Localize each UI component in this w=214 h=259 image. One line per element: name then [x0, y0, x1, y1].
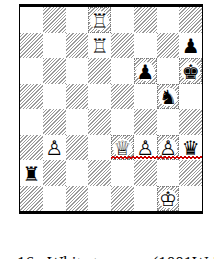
square-e1 — [111, 186, 134, 212]
square-f7 — [134, 33, 157, 59]
piece-black-king: ♚ — [182, 62, 200, 82]
square-c7 — [66, 33, 89, 59]
piece-white-pawn: ♙ — [45, 138, 63, 158]
square-g4 — [157, 109, 180, 135]
square-b8 — [43, 7, 66, 33]
square-h1 — [179, 186, 202, 212]
square-c2 — [66, 160, 89, 186]
square-a4 — [20, 109, 43, 135]
square-h2 — [179, 160, 202, 186]
piece-white-king: ♔ — [159, 189, 177, 209]
square-e4 — [111, 109, 134, 135]
square-d8: ♖ — [88, 7, 111, 33]
piece-black-rook: ♜ — [22, 164, 40, 184]
square-g1: ♔ — [157, 186, 180, 212]
piece-white-rook: ♖ — [91, 36, 109, 56]
square-d5 — [88, 84, 111, 110]
square-b2 — [43, 160, 66, 186]
square-g7 — [157, 33, 180, 59]
square-b5 — [43, 84, 66, 110]
square-e5 — [111, 84, 134, 110]
square-f5 — [134, 84, 157, 110]
caption: 16.White to move (1001W-769) — [0, 233, 214, 259]
square-c4 — [66, 109, 89, 135]
square-h6: ♚ — [179, 58, 202, 84]
square-d2 — [88, 160, 111, 186]
square-a3 — [20, 135, 43, 161]
square-c5 — [66, 84, 89, 110]
square-h4 — [179, 109, 202, 135]
square-a5 — [20, 84, 43, 110]
square-e6 — [111, 58, 134, 84]
square-c1 — [66, 186, 89, 212]
square-h5 — [179, 84, 202, 110]
spellcheck-squiggle — [111, 156, 202, 160]
diagram-page: ♖♖♟♟♚♞♙♕♙♙♛♜♔ 16.White to move (1001W-76… — [0, 0, 214, 259]
square-a2: ♜ — [20, 160, 43, 186]
square-h8 — [179, 7, 202, 33]
square-d3 — [88, 135, 111, 161]
caption-text: White to move (1001W-769) — [47, 253, 214, 259]
square-g8 — [157, 7, 180, 33]
square-b6 — [43, 58, 66, 84]
piece-black-knight: ♞ — [159, 87, 177, 107]
square-e7 — [111, 33, 134, 59]
square-d4 — [88, 109, 111, 135]
square-h7: ♟ — [179, 33, 202, 59]
piece-black-pawn: ♟ — [182, 36, 200, 56]
square-b7 — [43, 33, 66, 59]
square-g6 — [157, 58, 180, 84]
square-c3 — [66, 135, 89, 161]
chess-board: ♖♖♟♟♚♞♙♕♙♙♛♜♔ — [19, 4, 203, 214]
square-a8 — [20, 7, 43, 33]
square-c6 — [66, 58, 89, 84]
square-a6 — [20, 58, 43, 84]
square-g5: ♞ — [157, 84, 180, 110]
square-d1 — [88, 186, 111, 212]
square-f4 — [134, 109, 157, 135]
piece-white-rook: ♖ — [91, 11, 109, 31]
square-f6: ♟ — [134, 58, 157, 84]
square-f1 — [134, 186, 157, 212]
square-b1 — [43, 186, 66, 212]
square-e8 — [111, 7, 134, 33]
square-a1 — [20, 186, 43, 212]
square-a7 — [20, 33, 43, 59]
square-g2 — [157, 160, 180, 186]
square-e2 — [111, 160, 134, 186]
square-b4 — [43, 109, 66, 135]
square-f2 — [134, 160, 157, 186]
square-d6 — [88, 58, 111, 84]
piece-black-pawn: ♟ — [136, 62, 154, 82]
square-c8 — [66, 7, 89, 33]
square-b3: ♙ — [43, 135, 66, 161]
square-f8 — [134, 7, 157, 33]
caption-number: 16. — [17, 253, 38, 259]
square-d7: ♖ — [88, 33, 111, 59]
